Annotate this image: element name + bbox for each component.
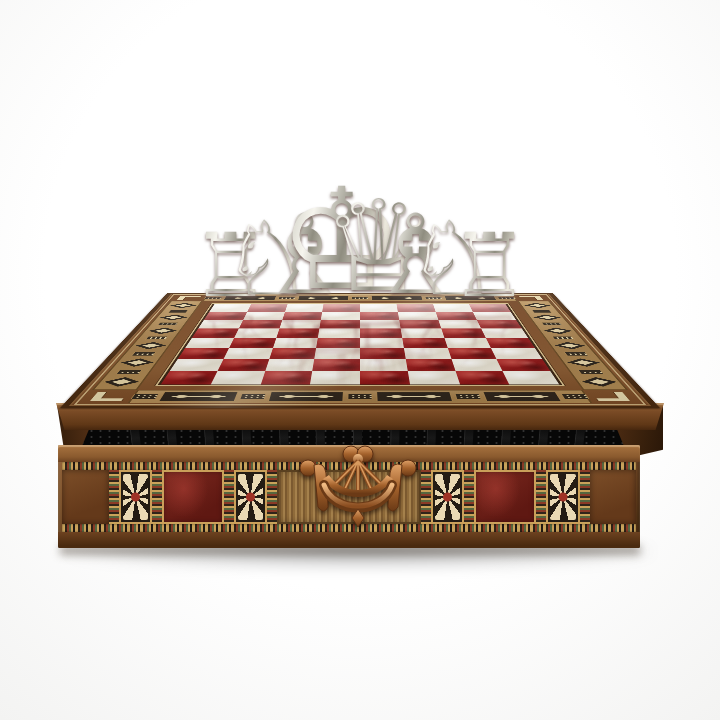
dot-panel-icon	[131, 394, 160, 399]
diamond-medallion-icon	[553, 342, 586, 350]
diamond-medallion-icon	[532, 314, 561, 320]
dot-panel-icon	[561, 394, 590, 399]
dot-panel-icon	[541, 322, 563, 325]
dot-panel-icon	[157, 322, 179, 325]
diamond-medallion-icon	[542, 327, 573, 334]
dot-panel-icon	[168, 310, 188, 313]
diamond-medallion-icon	[159, 314, 188, 320]
dot-panel-icon	[532, 310, 552, 313]
dot-panel-icon	[552, 336, 575, 339]
diamond-medallion-icon	[147, 327, 178, 334]
dot-panel-icon	[564, 352, 589, 356]
dot-panel-icon	[116, 370, 142, 374]
diamond-medallion-icon	[119, 358, 154, 367]
diamond-medallion-icon	[566, 358, 601, 367]
chess-set-scene: ♖♖♘♘♗♗♔♔♕♕♗♗♘♘♖♖	[0, 0, 720, 720]
corner-L-icon	[80, 390, 137, 403]
dot-panel-icon	[131, 352, 156, 356]
piece-white-rook-h8[interactable]: ♖	[450, 222, 529, 310]
dot-panel-icon	[145, 336, 168, 339]
diamond-medallion-icon	[102, 377, 140, 387]
dot-panel-icon	[578, 370, 604, 374]
arrow-panel-icon	[482, 392, 561, 401]
diamond-medallion-icon	[580, 377, 618, 387]
diamond-medallion-icon	[134, 342, 167, 350]
